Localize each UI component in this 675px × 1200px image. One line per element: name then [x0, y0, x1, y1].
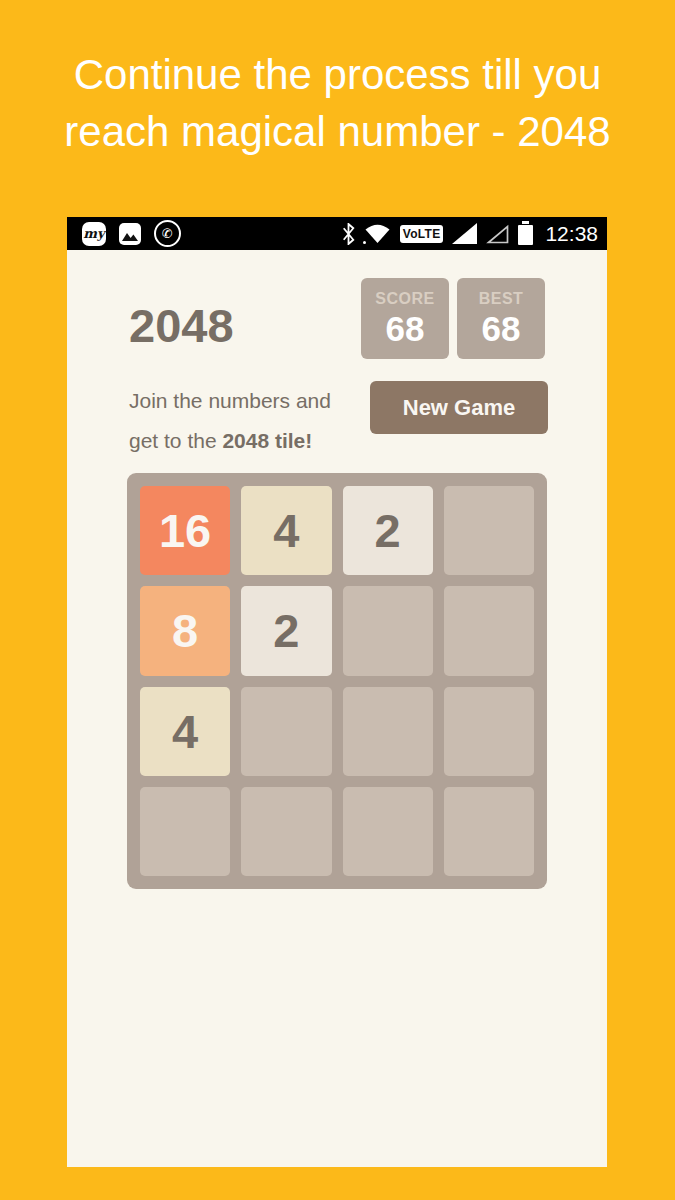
status-bar: my ✆ VoLTE [67, 217, 607, 250]
phone-screenshot: my ✆ VoLTE [67, 217, 607, 1167]
new-game-button[interactable]: New Game [370, 381, 548, 434]
whatsapp-notification-icon: ✆ [154, 220, 181, 247]
empty-cell [241, 687, 331, 776]
caption-line-1: Continue the process till you [0, 46, 675, 103]
empty-cell [444, 586, 534, 675]
score-label: SCORE [375, 290, 434, 308]
score-value: 68 [386, 309, 425, 349]
caption-line-2: reach magical number - 2048 [0, 103, 675, 160]
empty-cell [241, 787, 331, 876]
signal-full-icon [452, 223, 477, 244]
score-box: SCORE 68 [361, 278, 449, 359]
status-bar-left: my ✆ [82, 220, 181, 247]
status-bar-clock: 12:38 [545, 222, 598, 246]
subtitle-line-2-bold: 2048 tile! [222, 429, 312, 452]
mountains-glyph [122, 230, 138, 241]
caption: Continue the process till you reach magi… [0, 46, 675, 160]
my-app-notification-icon: my [82, 222, 106, 246]
signal-empty-icon [486, 224, 509, 244]
wifi-dot [363, 241, 366, 244]
empty-cell [444, 486, 534, 575]
empty-cell [444, 687, 534, 776]
page: { "caption": { "line1": "Continue the pr… [0, 0, 675, 1200]
battery-icon [518, 225, 533, 245]
tile-4: 4 [241, 486, 331, 575]
tile-2: 2 [241, 586, 331, 675]
subtitle: Join the numbers and get to the 2048 til… [129, 381, 331, 461]
status-bar-right: VoLTE 12:38 [342, 222, 598, 246]
tile-4: 4 [140, 687, 230, 776]
empty-cell [343, 687, 433, 776]
gallery-notification-icon [119, 223, 141, 245]
volte-badge: VoLTE [400, 225, 444, 243]
empty-cell [140, 787, 230, 876]
tile-16: 16 [140, 486, 230, 575]
empty-cell [343, 787, 433, 876]
best-box: BEST 68 [457, 278, 545, 359]
empty-cell [343, 586, 433, 675]
bluetooth-icon [342, 223, 355, 245]
game-screen: 2048 SCORE 68 BEST 68 Join the numbers a… [67, 250, 607, 1167]
wifi-icon [364, 223, 391, 244]
tile-2: 2 [343, 486, 433, 575]
tile-8: 8 [140, 586, 230, 675]
subtitle-line-2: get to the 2048 tile! [129, 421, 331, 461]
empty-cell [444, 787, 534, 876]
game-board[interactable]: 1642824 [127, 473, 547, 889]
best-value: 68 [482, 309, 521, 349]
app-title: 2048 [129, 298, 234, 354]
subtitle-line-2-text: get to the [129, 429, 222, 452]
best-label: BEST [479, 290, 524, 308]
subtitle-line-1: Join the numbers and [129, 381, 331, 421]
